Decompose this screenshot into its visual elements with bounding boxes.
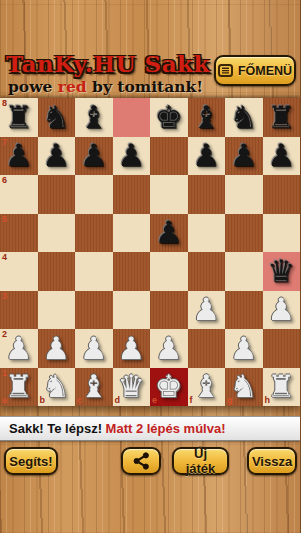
square-g6[interactable] <box>225 175 263 214</box>
square-e4[interactable] <box>150 252 188 291</box>
square-b6[interactable] <box>38 175 76 214</box>
square-g7[interactable]: ♟ <box>225 137 263 176</box>
square-c5[interactable] <box>75 214 113 253</box>
white-pawn-b2: ♟ <box>42 333 70 364</box>
square-f3[interactable]: ♟ <box>188 291 226 330</box>
white-bishop-c1: ♝ <box>80 371 108 402</box>
square-a3[interactable]: 3 <box>0 291 38 330</box>
square-e3[interactable] <box>150 291 188 330</box>
square-b3[interactable] <box>38 291 76 330</box>
square-f4[interactable] <box>188 252 226 291</box>
subtitle-part-1: powe <box>8 77 58 96</box>
square-g4[interactable] <box>225 252 263 291</box>
square-c4[interactable] <box>75 252 113 291</box>
square-e2[interactable]: ♟ <box>150 329 188 368</box>
square-c6[interactable] <box>75 175 113 214</box>
subtitle-part-3: by tomitank! <box>87 77 203 96</box>
square-f5[interactable] <box>188 214 226 253</box>
square-b1[interactable]: b♞ <box>38 368 76 407</box>
subtitle-part-red: red <box>58 77 87 96</box>
square-h1[interactable]: h♜ <box>263 368 301 407</box>
black-pawn-f7: ♟ <box>192 140 220 171</box>
square-g5[interactable] <box>225 214 263 253</box>
square-c7[interactable]: ♟ <box>75 137 113 176</box>
black-pawn-c7: ♟ <box>80 140 108 171</box>
status-warning: Matt 2 lépés múlva! <box>106 421 226 436</box>
black-bishop-c8: ♝ <box>80 102 108 133</box>
square-h3[interactable]: ♟ <box>263 291 301 330</box>
menu-list-icon <box>218 64 233 77</box>
black-pawn-b7: ♟ <box>42 140 70 171</box>
square-d7[interactable]: ♟ <box>113 137 151 176</box>
square-g8[interactable]: ♞ <box>225 98 263 137</box>
white-bishop-f1: ♝ <box>192 371 220 402</box>
black-pawn-h7: ♟ <box>267 140 295 171</box>
square-b7[interactable]: ♟ <box>38 137 76 176</box>
white-knight-b1: ♞ <box>42 371 70 402</box>
black-pawn-d7: ♟ <box>117 140 145 171</box>
white-pawn-a2: ♟ <box>5 333 33 364</box>
square-a7[interactable]: 7♟ <box>0 137 38 176</box>
black-pawn-e5: ♟ <box>155 217 183 248</box>
white-pawn-e2: ♟ <box>155 333 183 364</box>
square-h4[interactable]: ♛ <box>263 252 301 291</box>
white-rook-a1: ♜ <box>5 371 33 402</box>
square-c2[interactable]: ♟ <box>75 329 113 368</box>
back-button[interactable]: Vissza <box>247 447 297 475</box>
square-g3[interactable] <box>225 291 263 330</box>
square-g2[interactable]: ♟ <box>225 329 263 368</box>
square-h6[interactable] <box>263 175 301 214</box>
square-d1[interactable]: d♛ <box>113 368 151 407</box>
square-b5[interactable] <box>38 214 76 253</box>
square-b2[interactable]: ♟ <box>38 329 76 368</box>
app-subtitle: powe red by tomitank! <box>8 79 203 95</box>
help-button[interactable]: Segíts! <box>4 447 58 475</box>
share-icon <box>132 452 151 470</box>
square-a4[interactable]: 4 <box>0 252 38 291</box>
square-h5[interactable] <box>263 214 301 253</box>
square-d2[interactable]: ♟ <box>113 329 151 368</box>
app-title: TanKy.HU Sakk <box>6 52 210 75</box>
white-queen-d1: ♛ <box>117 371 145 402</box>
white-pawn-f3: ♟ <box>192 294 220 325</box>
square-e8[interactable]: ♚ <box>150 98 188 137</box>
white-rook-h1: ♜ <box>267 371 295 402</box>
square-a5[interactable]: 5 <box>0 214 38 253</box>
square-d8[interactable] <box>113 98 151 137</box>
status-message: Sakk! Te lépsz! <box>9 421 106 436</box>
black-knight-b8: ♞ <box>42 102 70 133</box>
square-f2[interactable] <box>188 329 226 368</box>
white-pawn-d2: ♟ <box>117 333 145 364</box>
square-e1[interactable]: e♚ <box>150 368 188 407</box>
square-a6[interactable]: 6 <box>0 175 38 214</box>
square-e6[interactable] <box>150 175 188 214</box>
square-e7[interactable] <box>150 137 188 176</box>
black-pawn-g7: ♟ <box>230 140 258 171</box>
square-f7[interactable]: ♟ <box>188 137 226 176</box>
status-bar: Sakk! Te lépsz! Matt 2 lépés múlva! <box>0 416 300 441</box>
white-king-e1: ♚ <box>155 371 183 402</box>
square-c1[interactable]: c♝ <box>75 368 113 407</box>
black-pawn-a7: ♟ <box>5 140 33 171</box>
square-b4[interactable] <box>38 252 76 291</box>
new-game-button[interactable]: Új játék <box>172 447 229 475</box>
square-c3[interactable] <box>75 291 113 330</box>
square-a1[interactable]: 1a♜ <box>0 368 38 407</box>
square-f6[interactable] <box>188 175 226 214</box>
main-menu-button[interactable]: FŐMENÜ <box>214 55 296 86</box>
square-b8[interactable]: ♞ <box>38 98 76 137</box>
white-pawn-h3: ♟ <box>267 294 295 325</box>
square-a2[interactable]: 2♟ <box>0 329 38 368</box>
rank-label-3: 3 <box>2 292 7 301</box>
white-pawn-g2: ♟ <box>230 333 258 364</box>
rank-label-6: 6 <box>2 176 7 185</box>
main-menu-label: FŐMENÜ <box>238 64 292 78</box>
chess-board: 8♜♞♝♚♝♞♜7♟♟♟♟♟♟♟65♟4♛3♟♟2♟♟♟♟♟♟1a♜b♞c♝d♛… <box>0 98 300 406</box>
black-rook-h8: ♜ <box>267 102 295 133</box>
square-c8[interactable]: ♝ <box>75 98 113 137</box>
black-rook-a8: ♜ <box>5 102 33 133</box>
square-f8[interactable]: ♝ <box>188 98 226 137</box>
square-h8[interactable]: ♜ <box>263 98 301 137</box>
square-h7[interactable]: ♟ <box>263 137 301 176</box>
square-a8[interactable]: 8♜ <box>0 98 38 137</box>
square-d5[interactable] <box>113 214 151 253</box>
square-h2[interactable] <box>263 329 301 368</box>
square-d6[interactable] <box>113 175 151 214</box>
rank-label-4: 4 <box>2 253 7 262</box>
square-d4[interactable] <box>113 252 151 291</box>
square-f1[interactable]: f♝ <box>188 368 226 407</box>
app-screen: TanKy.HU Sakk powe red by tomitank! FŐME… <box>0 0 300 533</box>
white-pawn-c2: ♟ <box>80 333 108 364</box>
black-bishop-f8: ♝ <box>192 102 220 133</box>
white-knight-g1: ♞ <box>230 371 258 402</box>
square-d3[interactable] <box>113 291 151 330</box>
share-button[interactable] <box>121 447 161 475</box>
black-queen-h4: ♛ <box>267 256 295 287</box>
square-e5[interactable]: ♟ <box>150 214 188 253</box>
black-knight-g8: ♞ <box>230 102 258 133</box>
square-g1[interactable]: g♞ <box>225 368 263 407</box>
black-king-e8: ♚ <box>155 102 183 133</box>
rank-label-5: 5 <box>2 215 7 224</box>
